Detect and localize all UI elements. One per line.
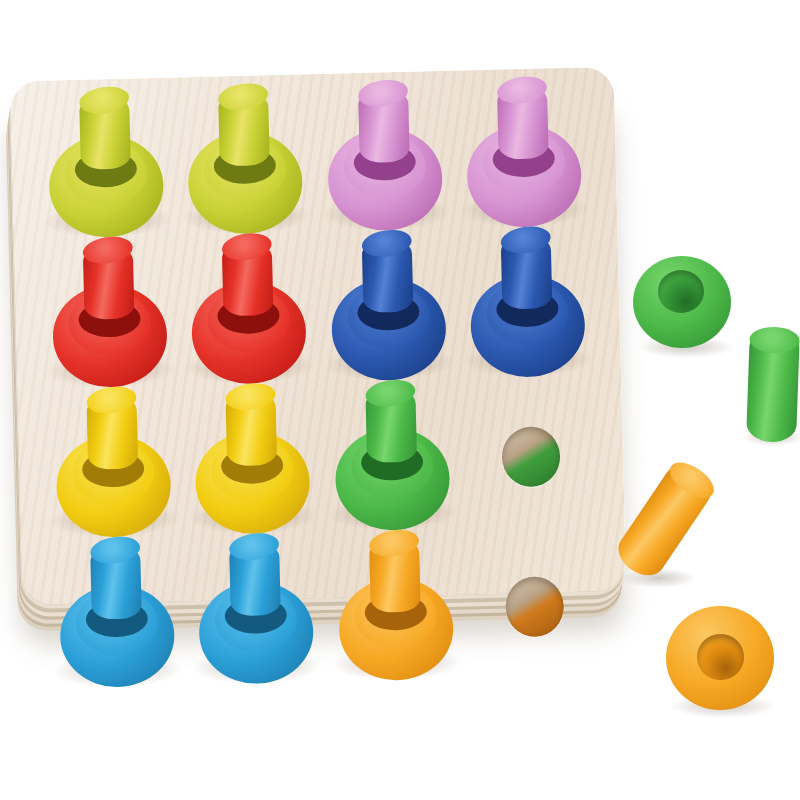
peg-piece-blue[interactable] [459,221,597,382]
cell-r4c3 [324,525,467,678]
cell-r1c2 [173,78,316,231]
cell-r4c1 [45,531,188,684]
empty-hole-green[interactable] [502,426,561,487]
cell-r2c4 [456,221,599,374]
pegboard [10,67,627,606]
cell-r1c3 [313,75,456,228]
loose-orange-peg[interactable] [611,456,720,583]
photo-stage [0,0,800,800]
peg-piece-pink[interactable] [315,75,453,236]
peg-piece-skyblue[interactable] [48,531,186,692]
peg-piece-lime[interactable] [37,82,175,243]
cell-r4c4 [463,521,606,674]
cell-r2c2 [177,228,320,381]
loose-orange-ring[interactable] [666,606,774,710]
peg-piece-pink[interactable] [455,71,593,232]
loose-green-ring[interactable] [633,256,731,348]
cell-r3c3 [320,375,463,528]
peg-piece-skyblue[interactable] [187,528,325,689]
cell-r3c4 [459,371,602,524]
loose-green-peg[interactable] [746,327,800,443]
peg-grid [34,71,604,592]
cell-r3c2 [181,378,324,531]
ring-hole [658,270,704,313]
cell-r4c2 [184,528,327,681]
empty-hole-orange[interactable] [505,576,564,637]
peg-piece-yellow[interactable] [44,381,182,542]
peg-piece-yellow[interactable] [183,378,321,539]
peg-piece-orange[interactable] [326,525,464,686]
ring-hole [697,634,743,680]
peg-piece-red[interactable] [40,231,178,392]
cell-r3c1 [41,381,184,534]
peg-piece-blue[interactable] [319,225,457,386]
board-top [10,67,627,606]
peg-piece-red[interactable] [180,228,318,389]
cell-r2c3 [316,225,459,378]
peg-piece-green[interactable] [323,375,461,536]
peg-piece-lime[interactable] [176,78,314,239]
cell-r2c1 [37,231,180,384]
cell-r1c4 [452,71,595,224]
cell-r1c1 [34,81,177,234]
